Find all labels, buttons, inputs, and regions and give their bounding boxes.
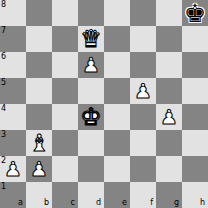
square-f2[interactable] [130, 156, 156, 182]
square-b4[interactable] [26, 104, 52, 130]
square-f7[interactable] [130, 26, 156, 52]
white-bishop-b3[interactable]: ♝ [29, 132, 50, 155]
file-label-d: d [96, 199, 101, 207]
square-h5[interactable] [182, 78, 208, 104]
file-label-c: c [71, 199, 75, 207]
square-h4[interactable] [182, 104, 208, 130]
square-f1[interactable]: f [130, 182, 156, 208]
chess-board: 8♚7♛6♟5♟4♚♟3♝♟2♟1abcdefgh [0, 0, 208, 208]
square-c7[interactable] [52, 26, 78, 52]
file-label-g: g [174, 199, 179, 207]
white-pawn-b2[interactable]: ♟ [30, 159, 48, 179]
square-a4[interactable]: 4 [0, 104, 26, 130]
square-a3[interactable]: 3 [0, 130, 26, 156]
square-a6[interactable]: 6 [0, 52, 26, 78]
square-e4[interactable] [104, 104, 130, 130]
square-g6[interactable] [156, 52, 182, 78]
square-c8[interactable] [52, 0, 78, 26]
file-label-f: f [150, 199, 153, 207]
square-a5[interactable]: 5 [0, 78, 26, 104]
square-b3[interactable]: ♝ [26, 130, 52, 156]
square-e6[interactable] [104, 52, 130, 78]
square-h3[interactable] [182, 130, 208, 156]
square-h1[interactable]: h [182, 182, 208, 208]
square-f5[interactable]: ♟ [130, 78, 156, 104]
square-a8[interactable]: 8 [0, 0, 26, 26]
square-g7[interactable] [156, 26, 182, 52]
square-b1[interactable]: b [26, 182, 52, 208]
square-h8[interactable]: ♚ [182, 0, 208, 26]
square-g3[interactable] [156, 130, 182, 156]
white-king-d4[interactable]: ♚ [80, 105, 102, 129]
square-f6[interactable] [130, 52, 156, 78]
square-d5[interactable] [78, 78, 104, 104]
white-pawn-g4[interactable]: ♟ [160, 107, 178, 127]
rank-label-6: 6 [1, 53, 6, 61]
square-g1[interactable]: g [156, 182, 182, 208]
square-h7[interactable] [182, 26, 208, 52]
file-label-a: a [18, 199, 23, 207]
square-b5[interactable] [26, 78, 52, 104]
rank-label-5: 5 [1, 79, 6, 87]
square-g2[interactable] [156, 156, 182, 182]
square-a2[interactable]: ♟2 [0, 156, 26, 182]
square-b2[interactable]: ♟ [26, 156, 52, 182]
square-c5[interactable] [52, 78, 78, 104]
square-d2[interactable] [78, 156, 104, 182]
rank-label-7: 7 [1, 27, 6, 35]
white-pawn-f5[interactable]: ♟ [134, 81, 152, 101]
square-h6[interactable] [182, 52, 208, 78]
square-f4[interactable] [130, 104, 156, 130]
square-b6[interactable] [26, 52, 52, 78]
file-label-b: b [44, 199, 49, 207]
square-c1[interactable]: c [52, 182, 78, 208]
square-g4[interactable]: ♟ [156, 104, 182, 130]
square-g5[interactable] [156, 78, 182, 104]
rank-label-4: 4 [1, 105, 6, 113]
square-e3[interactable] [104, 130, 130, 156]
black-king-h8[interactable]: ♚ [184, 1, 206, 26]
square-d6[interactable]: ♟ [78, 52, 104, 78]
square-c6[interactable] [52, 52, 78, 78]
square-f3[interactable] [130, 130, 156, 156]
square-c2[interactable] [52, 156, 78, 182]
square-a1[interactable]: 1a [0, 182, 26, 208]
square-d7[interactable]: ♛ [78, 26, 104, 52]
white-pawn-d6[interactable]: ♟ [82, 55, 100, 75]
square-b7[interactable] [26, 26, 52, 52]
square-g8[interactable] [156, 0, 182, 26]
square-d8[interactable] [78, 0, 104, 26]
square-e8[interactable] [104, 0, 130, 26]
square-e2[interactable] [104, 156, 130, 182]
rank-label-8: 8 [1, 1, 6, 9]
white-queen-d7[interactable]: ♛ [80, 27, 102, 51]
square-e1[interactable]: e [104, 182, 130, 208]
square-b8[interactable] [26, 0, 52, 26]
file-label-h: h [200, 199, 205, 207]
square-c3[interactable] [52, 130, 78, 156]
rank-label-3: 3 [1, 131, 6, 139]
square-h2[interactable] [182, 156, 208, 182]
square-d4[interactable]: ♚ [78, 104, 104, 130]
file-label-e: e [122, 199, 127, 207]
rank-label-1: 1 [1, 183, 6, 191]
square-c4[interactable] [52, 104, 78, 130]
white-pawn-a2[interactable]: ♟ [4, 159, 22, 179]
square-a7[interactable]: 7 [0, 26, 26, 52]
square-e5[interactable] [104, 78, 130, 104]
square-f8[interactable] [130, 0, 156, 26]
rank-label-2: 2 [1, 157, 6, 165]
square-e7[interactable] [104, 26, 130, 52]
square-d1[interactable]: d [78, 182, 104, 208]
square-d3[interactable] [78, 130, 104, 156]
